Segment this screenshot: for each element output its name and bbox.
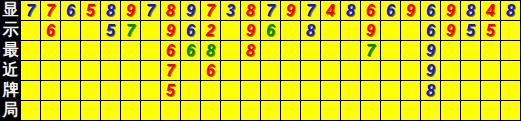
cell-r1c23: 8 (461, 1, 481, 21)
cell-r4c7 (141, 61, 161, 81)
cell-r4c1 (21, 61, 41, 81)
cell-r2c7 (141, 21, 161, 41)
cell-r3c22 (441, 41, 461, 61)
cell-r2c18: 9 (361, 21, 381, 41)
cell-r1c4: 5 (81, 1, 101, 21)
cell-r1c16: 4 (321, 1, 341, 21)
cell-r5c21: 8 (421, 81, 441, 101)
cell-r3c15 (301, 41, 321, 61)
cell-r4c16 (321, 61, 341, 81)
cell-r4c9 (181, 61, 201, 81)
cell-r6c3 (61, 101, 81, 121)
cell-r3c11 (221, 41, 241, 61)
recent-results-board: 显示最近牌局 776589789738797486696984865796296… (0, 0, 521, 121)
cell-r4c3 (61, 61, 81, 81)
cell-r2c20 (401, 21, 421, 41)
cell-r6c9 (181, 101, 201, 121)
cell-r3c9: 6 (181, 41, 201, 61)
title-char-5: 牌 (0, 80, 21, 100)
cell-r6c16 (321, 101, 341, 121)
cell-r5c20 (401, 81, 421, 101)
cell-r6c8 (161, 101, 181, 121)
cell-r5c13 (261, 81, 281, 101)
cell-r2c10: 2 (201, 21, 221, 41)
cell-r4c5 (101, 61, 121, 81)
cell-r4c14 (281, 61, 301, 81)
cell-r1c3: 6 (61, 1, 81, 21)
cell-r4c13 (261, 61, 281, 81)
cell-r3c7 (141, 41, 161, 61)
cell-r3c16 (321, 41, 341, 61)
cell-r1c2: 7 (41, 1, 61, 21)
cell-r2c9: 6 (181, 21, 201, 41)
cell-r1c12: 8 (241, 1, 261, 21)
title-char-1: 显 (0, 0, 21, 20)
cell-r5c4 (81, 81, 101, 101)
cell-r5c23 (461, 81, 481, 101)
cell-r4c2 (41, 61, 61, 81)
cell-r5c12 (241, 81, 261, 101)
title-char-3: 最 (0, 40, 21, 60)
cell-r1c17: 8 (341, 1, 361, 21)
cell-r6c13 (261, 101, 281, 121)
cell-r6c19 (381, 101, 401, 121)
cell-r4c4 (81, 61, 101, 81)
cell-r2c1 (21, 21, 41, 41)
cell-r3c10: 8 (201, 41, 221, 61)
cell-r1c19: 6 (381, 1, 401, 21)
cell-r2c15: 8 (301, 21, 321, 41)
cell-r3c24 (481, 41, 501, 61)
cell-r5c14 (281, 81, 301, 101)
cell-r6c10 (201, 101, 221, 121)
cell-r5c24 (481, 81, 501, 101)
cell-r5c7 (141, 81, 161, 101)
cell-r1c25: 8 (501, 1, 521, 21)
cell-r5c6 (121, 81, 141, 101)
cell-r3c18: 7 (361, 41, 381, 61)
cell-r6c21 (421, 101, 441, 121)
cell-r3c3 (61, 41, 81, 61)
cell-r4c18 (361, 61, 381, 81)
cell-r6c17 (341, 101, 361, 121)
cell-r5c5 (101, 81, 121, 101)
cell-r5c11 (221, 81, 241, 101)
cell-r2c4 (81, 21, 101, 41)
cell-r1c6: 9 (121, 1, 141, 21)
cell-r3c19 (381, 41, 401, 61)
cell-r2c12: 9 (241, 21, 261, 41)
cell-r4c23 (461, 61, 481, 81)
cell-r5c22 (441, 81, 461, 101)
cell-r5c9 (181, 81, 201, 101)
cell-r4c19 (381, 61, 401, 81)
cell-r1c18: 6 (361, 1, 381, 21)
cell-r5c8: 5 (161, 81, 181, 101)
cell-r6c5 (101, 101, 121, 121)
cell-r3c21: 9 (421, 41, 441, 61)
cell-r2c23: 5 (461, 21, 481, 41)
cell-r6c14 (281, 101, 301, 121)
cell-r3c12: 8 (241, 41, 261, 61)
cell-r2c25 (501, 21, 521, 41)
title-char-2: 示 (0, 20, 21, 40)
cell-r4c20 (401, 61, 421, 81)
cell-r3c2 (41, 41, 61, 61)
cell-r6c1 (21, 101, 41, 121)
cell-r5c3 (61, 81, 81, 101)
cell-r1c1: 7 (21, 1, 41, 21)
cell-r3c8: 6 (161, 41, 181, 61)
cell-r2c24: 5 (481, 21, 501, 41)
cell-r3c5 (101, 41, 121, 61)
cell-r3c23 (461, 41, 481, 61)
cell-r4c6 (121, 61, 141, 81)
cell-r2c3 (61, 21, 81, 41)
cell-r1c10: 7 (201, 1, 221, 21)
cell-r3c17 (341, 41, 361, 61)
cell-r2c19 (381, 21, 401, 41)
cell-r4c24 (481, 61, 501, 81)
cell-r5c25 (501, 81, 521, 101)
cell-r4c15 (301, 61, 321, 81)
cell-r2c22: 9 (441, 21, 461, 41)
cell-r1c7: 7 (141, 1, 161, 21)
cell-r3c20 (401, 41, 421, 61)
cell-r6c20 (401, 101, 421, 121)
cell-r2c5: 5 (101, 21, 121, 41)
cell-r1c21: 6 (421, 1, 441, 21)
cell-r3c25 (501, 41, 521, 61)
cell-r4c17 (341, 61, 361, 81)
cell-r1c14: 9 (281, 1, 301, 21)
cell-r2c8: 9 (161, 21, 181, 41)
cell-r2c16 (321, 21, 341, 41)
cell-r1c22: 9 (441, 1, 461, 21)
cell-r3c1 (21, 41, 41, 61)
cell-r4c21: 9 (421, 61, 441, 81)
cell-r2c6: 7 (121, 21, 141, 41)
cell-r6c2 (41, 101, 61, 121)
cell-r1c13: 7 (261, 1, 281, 21)
cell-r6c15 (301, 101, 321, 121)
results-grid: 7765897897387974866969848657962968969556… (21, 0, 521, 121)
cell-r3c14 (281, 41, 301, 61)
cell-r5c19 (381, 81, 401, 101)
cell-r4c8: 7 (161, 61, 181, 81)
cell-r6c22 (441, 101, 461, 121)
cell-r2c14 (281, 21, 301, 41)
cell-r6c11 (221, 101, 241, 121)
cell-r5c10 (201, 81, 221, 101)
cell-r6c18 (361, 101, 381, 121)
cell-r1c9: 9 (181, 1, 201, 21)
board-title: 显示最近牌局 (0, 0, 21, 121)
cell-r5c16 (321, 81, 341, 101)
cell-r1c11: 3 (221, 1, 241, 21)
cell-r6c6 (121, 101, 141, 121)
title-char-6: 局 (0, 100, 21, 120)
cell-r5c15 (301, 81, 321, 101)
cell-r3c6 (121, 41, 141, 61)
cell-r1c15: 7 (301, 1, 321, 21)
cell-r2c13: 6 (261, 21, 281, 41)
cell-r4c22 (441, 61, 461, 81)
cell-r6c7 (141, 101, 161, 121)
cell-r5c18 (361, 81, 381, 101)
title-char-4: 近 (0, 60, 21, 80)
cell-r4c25 (501, 61, 521, 81)
cell-r6c24 (481, 101, 501, 121)
cell-r2c2: 6 (41, 21, 61, 41)
cell-r3c4 (81, 41, 101, 61)
cell-r6c4 (81, 101, 101, 121)
cell-r2c11 (221, 21, 241, 41)
cell-r6c23 (461, 101, 481, 121)
cell-r4c12 (241, 61, 261, 81)
cell-r2c21: 6 (421, 21, 441, 41)
cell-r1c8: 8 (161, 1, 181, 21)
cell-r5c1 (21, 81, 41, 101)
cell-r5c17 (341, 81, 361, 101)
cell-r1c20: 9 (401, 1, 421, 21)
cell-r1c24: 4 (481, 1, 501, 21)
cell-r6c12 (241, 101, 261, 121)
cell-r6c25 (501, 101, 521, 121)
cell-r1c5: 8 (101, 1, 121, 21)
cell-r4c10: 6 (201, 61, 221, 81)
cell-r4c11 (221, 61, 241, 81)
cell-r3c13 (261, 41, 281, 61)
cell-r5c2 (41, 81, 61, 101)
cell-r2c17 (341, 21, 361, 41)
